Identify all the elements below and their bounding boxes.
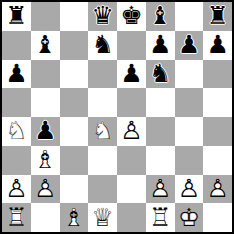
square-a8[interactable]: ♜ xyxy=(2,2,31,31)
square-d3[interactable] xyxy=(88,146,117,175)
square-f3[interactable] xyxy=(146,146,175,175)
square-f7[interactable]: ♟ xyxy=(146,31,175,60)
square-a3[interactable] xyxy=(2,146,31,175)
black-pawn-piece: ♟ xyxy=(175,31,203,59)
black-bishop-piece: ♝ xyxy=(146,2,174,30)
square-c7[interactable] xyxy=(60,31,89,60)
black-bishop-piece: ♝ xyxy=(31,31,59,59)
white-king-piece: ♚♔ xyxy=(175,204,203,232)
black-pawn-piece: ♟ xyxy=(2,60,30,88)
square-b4[interactable]: ♟ xyxy=(31,117,60,146)
square-d5[interactable] xyxy=(88,88,117,117)
white-rook-piece: ♜♖ xyxy=(146,204,174,232)
white-pawn-piece: ♟♙ xyxy=(31,175,59,203)
white-knight-piece: ♞♘ xyxy=(89,117,117,145)
white-queen-piece: ♛♕ xyxy=(89,204,117,232)
black-rook-piece: ♜ xyxy=(204,2,232,30)
square-b7[interactable]: ♝ xyxy=(31,31,60,60)
square-e4[interactable]: ♟♙ xyxy=(117,117,146,146)
square-e3[interactable] xyxy=(117,146,146,175)
square-c3[interactable] xyxy=(60,146,89,175)
black-pawn-piece: ♟ xyxy=(146,31,174,59)
square-h2[interactable]: ♟♙ xyxy=(203,175,232,204)
white-pawn-piece: ♟♙ xyxy=(117,117,145,145)
square-a2[interactable]: ♟♙ xyxy=(2,175,31,204)
square-d1[interactable]: ♛♕ xyxy=(88,203,117,232)
square-g8[interactable] xyxy=(175,2,204,31)
square-a6[interactable]: ♟ xyxy=(2,60,31,89)
white-rook-piece: ♜♖ xyxy=(2,204,30,232)
square-b1[interactable] xyxy=(31,203,60,232)
white-bishop-piece: ♝♗ xyxy=(31,146,59,174)
square-g6[interactable] xyxy=(175,60,204,89)
white-pawn-piece: ♟♙ xyxy=(204,175,232,203)
black-king-piece: ♚ xyxy=(117,2,145,30)
square-e7[interactable] xyxy=(117,31,146,60)
square-g7[interactable]: ♟ xyxy=(175,31,204,60)
square-b2[interactable]: ♟♙ xyxy=(31,175,60,204)
square-b5[interactable] xyxy=(31,88,60,117)
white-pawn-piece: ♟♙ xyxy=(2,175,30,203)
black-pawn-piece: ♟ xyxy=(204,31,232,59)
white-bishop-piece: ♝♗ xyxy=(60,204,88,232)
square-c6[interactable] xyxy=(60,60,89,89)
square-a4[interactable]: ♞♘ xyxy=(2,117,31,146)
square-e6[interactable]: ♟ xyxy=(117,60,146,89)
white-knight-piece: ♞♘ xyxy=(2,117,30,145)
square-f2[interactable]: ♟♙ xyxy=(146,175,175,204)
square-h5[interactable] xyxy=(203,88,232,117)
square-f8[interactable]: ♝ xyxy=(146,2,175,31)
square-c5[interactable] xyxy=(60,88,89,117)
square-g4[interactable] xyxy=(175,117,204,146)
square-g5[interactable] xyxy=(175,88,204,117)
square-f5[interactable] xyxy=(146,88,175,117)
white-pawn-piece: ♟♙ xyxy=(146,175,174,203)
black-pawn-piece: ♟ xyxy=(31,117,59,145)
square-f4[interactable] xyxy=(146,117,175,146)
black-knight-piece: ♞ xyxy=(146,60,174,88)
square-h1[interactable] xyxy=(203,203,232,232)
square-h3[interactable] xyxy=(203,146,232,175)
square-h8[interactable]: ♜ xyxy=(203,2,232,31)
chess-board: ♜♛♚♝♜♝♞♟♟♟♟♟♞♞♘♟♞♘♟♙♝♗♟♙♟♙♟♙♟♙♟♙♜♖♝♗♛♕♜♖… xyxy=(0,0,234,234)
square-c1[interactable]: ♝♗ xyxy=(60,203,89,232)
square-b3[interactable]: ♝♗ xyxy=(31,146,60,175)
square-d4[interactable]: ♞♘ xyxy=(88,117,117,146)
square-e8[interactable]: ♚ xyxy=(117,2,146,31)
square-b8[interactable] xyxy=(31,2,60,31)
square-f6[interactable]: ♞ xyxy=(146,60,175,89)
white-pawn-piece: ♟♙ xyxy=(175,175,203,203)
square-c4[interactable] xyxy=(60,117,89,146)
black-rook-piece: ♜ xyxy=(2,2,30,30)
square-d8[interactable]: ♛ xyxy=(88,2,117,31)
square-e2[interactable] xyxy=(117,175,146,204)
square-d6[interactable] xyxy=(88,60,117,89)
square-a1[interactable]: ♜♖ xyxy=(2,203,31,232)
square-f1[interactable]: ♜♖ xyxy=(146,203,175,232)
square-a5[interactable] xyxy=(2,88,31,117)
square-d7[interactable]: ♞ xyxy=(88,31,117,60)
square-c2[interactable] xyxy=(60,175,89,204)
black-knight-piece: ♞ xyxy=(89,31,117,59)
square-e1[interactable] xyxy=(117,203,146,232)
square-g3[interactable] xyxy=(175,146,204,175)
square-h4[interactable] xyxy=(203,117,232,146)
black-queen-piece: ♛ xyxy=(89,2,117,30)
square-g2[interactable]: ♟♙ xyxy=(175,175,204,204)
square-h7[interactable]: ♟ xyxy=(203,31,232,60)
square-e5[interactable] xyxy=(117,88,146,117)
square-h6[interactable] xyxy=(203,60,232,89)
black-pawn-piece: ♟ xyxy=(117,60,145,88)
square-d2[interactable] xyxy=(88,175,117,204)
square-c8[interactable] xyxy=(60,2,89,31)
square-b6[interactable] xyxy=(31,60,60,89)
square-a7[interactable] xyxy=(2,31,31,60)
square-g1[interactable]: ♚♔ xyxy=(175,203,204,232)
